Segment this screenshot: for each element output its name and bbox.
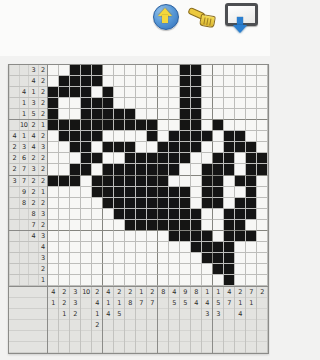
grid-cell-r14c9[interactable] xyxy=(136,209,147,220)
grid-cell-r1c6[interactable] xyxy=(103,65,114,76)
grid-cell-r19c11[interactable] xyxy=(158,264,169,275)
grid-cell-r14c11[interactable] xyxy=(158,209,169,220)
grid-cell-r18c16[interactable] xyxy=(213,253,224,264)
grid-cell-r16c6[interactable] xyxy=(103,231,114,242)
grid-cell-r6c4[interactable] xyxy=(81,120,92,131)
grid-cell-r7c13[interactable] xyxy=(180,131,191,142)
grid-cell-r10c10[interactable] xyxy=(147,164,158,175)
grid-cell-r12c9[interactable] xyxy=(136,187,147,198)
grid-cell-r18c8[interactable] xyxy=(125,253,136,264)
grid-cell-r15c7[interactable] xyxy=(114,220,125,231)
grid-cell-r11c4[interactable] xyxy=(81,176,92,187)
grid-cell-r14c14[interactable] xyxy=(191,209,202,220)
grid-cell-r5c6[interactable] xyxy=(103,109,114,120)
grid-cell-r10c20[interactable] xyxy=(257,164,268,175)
grid-cell-r2c13[interactable] xyxy=(180,76,191,87)
grid-cell-r10c13[interactable] xyxy=(180,164,191,175)
grid-cell-r14c1[interactable] xyxy=(48,209,59,220)
grid-cell-r7c16[interactable] xyxy=(213,131,224,142)
grid-cell-r17c9[interactable] xyxy=(136,242,147,253)
grid-cell-r11c8[interactable] xyxy=(125,176,136,187)
grid-cell-r20c3[interactable] xyxy=(70,275,81,286)
grid-cell-r6c11[interactable] xyxy=(158,120,169,131)
grid-cell-r3c11[interactable] xyxy=(158,87,169,98)
grid-cell-r5c14[interactable] xyxy=(191,109,202,120)
grid-cell-r20c11[interactable] xyxy=(158,275,169,286)
grid-cell-r4c13[interactable] xyxy=(180,98,191,109)
grid-cell-r8c2[interactable] xyxy=(59,142,70,153)
grid-cell-r4c14[interactable] xyxy=(191,98,202,109)
grid-cell-r18c19[interactable] xyxy=(246,253,257,264)
grid-cell-r7c2[interactable] xyxy=(59,131,70,142)
grid-cell-r14c15[interactable] xyxy=(202,209,213,220)
grid-cell-r13c4[interactable] xyxy=(81,198,92,209)
grid-cell-r17c7[interactable] xyxy=(114,242,125,253)
grid-cell-r1c14[interactable] xyxy=(191,65,202,76)
grid-cell-r12c17[interactable] xyxy=(224,187,235,198)
grid-cell-r13c13[interactable] xyxy=(180,198,191,209)
grid-cell-r13c15[interactable] xyxy=(202,198,213,209)
grid-cell-r6c5[interactable] xyxy=(92,120,103,131)
grid-cell-r8c12[interactable] xyxy=(169,142,180,153)
grid-cell-r20c7[interactable] xyxy=(114,275,125,286)
grid-cell-r11c3[interactable] xyxy=(70,176,81,187)
grid-cell-r3c6[interactable] xyxy=(103,87,114,98)
grid-cell-r4c15[interactable] xyxy=(202,98,213,109)
grid-cell-r16c7[interactable] xyxy=(114,231,125,242)
grid-cell-r1c17[interactable] xyxy=(224,65,235,76)
grid-cell-r1c9[interactable] xyxy=(136,65,147,76)
grid-cell-r9c19[interactable] xyxy=(246,153,257,164)
grid-cell-r16c2[interactable] xyxy=(59,231,70,242)
grid-cell-r11c18[interactable] xyxy=(235,176,246,187)
grid-cell-r11c12[interactable] xyxy=(169,176,180,187)
brush-tool-button[interactable] xyxy=(188,7,218,31)
grid-cell-r4c20[interactable] xyxy=(257,98,268,109)
grid-cell-r6c17[interactable] xyxy=(224,120,235,131)
grid-cell-r17c5[interactable] xyxy=(92,242,103,253)
grid-cell-r2c20[interactable] xyxy=(257,76,268,87)
grid-cell-r18c1[interactable] xyxy=(48,253,59,264)
grid-cell-r2c4[interactable] xyxy=(81,76,92,87)
grid-cell-r17c13[interactable] xyxy=(180,242,191,253)
grid-cell-r14c18[interactable] xyxy=(235,209,246,220)
grid-cell-r6c16[interactable] xyxy=(213,120,224,131)
grid-cell-r5c1[interactable] xyxy=(48,109,59,120)
grid-cell-r11c2[interactable] xyxy=(59,176,70,187)
grid-cell-r16c12[interactable] xyxy=(169,231,180,242)
grid-cell-r1c13[interactable] xyxy=(180,65,191,76)
grid-cell-r20c1[interactable] xyxy=(48,275,59,286)
grid-cell-r16c18[interactable] xyxy=(235,231,246,242)
grid-cell-r12c3[interactable] xyxy=(70,187,81,198)
grid-cell-r8c1[interactable] xyxy=(48,142,59,153)
grid-cell-r7c6[interactable] xyxy=(103,131,114,142)
grid-cell-r11c5[interactable] xyxy=(92,176,103,187)
grid-cell-r3c8[interactable] xyxy=(125,87,136,98)
grid-cell-r17c4[interactable] xyxy=(81,242,92,253)
grid-cell-r7c9[interactable] xyxy=(136,131,147,142)
grid-cell-r19c3[interactable] xyxy=(70,264,81,275)
grid-cell-r8c3[interactable] xyxy=(70,142,81,153)
grid-cell-r19c18[interactable] xyxy=(235,264,246,275)
grid-cell-r7c1[interactable] xyxy=(48,131,59,142)
grid-cell-r19c5[interactable] xyxy=(92,264,103,275)
grid-cell-r7c18[interactable] xyxy=(235,131,246,142)
grid-cell-r20c5[interactable] xyxy=(92,275,103,286)
grid-cell-r18c7[interactable] xyxy=(114,253,125,264)
grid-cell-r15c10[interactable] xyxy=(147,220,158,231)
grid-cell-r2c12[interactable] xyxy=(169,76,180,87)
grid-cell-r17c15[interactable] xyxy=(202,242,213,253)
grid-cell-r8c5[interactable] xyxy=(92,142,103,153)
grid-cell-r2c16[interactable] xyxy=(213,76,224,87)
grid-cell-r20c18[interactable] xyxy=(235,275,246,286)
grid-cell-r16c1[interactable] xyxy=(48,231,59,242)
grid-cell-r14c17[interactable] xyxy=(224,209,235,220)
grid-cell-r9c11[interactable] xyxy=(158,153,169,164)
grid-cell-r18c4[interactable] xyxy=(81,253,92,264)
grid-cell-r14c20[interactable] xyxy=(257,209,268,220)
grid-cell-r6c13[interactable] xyxy=(180,120,191,131)
grid-cell-r9c6[interactable] xyxy=(103,153,114,164)
grid-cell-r18c13[interactable] xyxy=(180,253,191,264)
grid-cell-r3c3[interactable] xyxy=(70,87,81,98)
grid-cell-r19c17[interactable] xyxy=(224,264,235,275)
grid-cell-r1c3[interactable] xyxy=(70,65,81,76)
grid-cell-r16c13[interactable] xyxy=(180,231,191,242)
grid-cell-r8c18[interactable] xyxy=(235,142,246,153)
grid-cell-r19c14[interactable] xyxy=(191,264,202,275)
grid-cell-r11c1[interactable] xyxy=(48,176,59,187)
grid-cell-r6c10[interactable] xyxy=(147,120,158,131)
grid-cell-r17c11[interactable] xyxy=(158,242,169,253)
grid-cell-r2c17[interactable] xyxy=(224,76,235,87)
grid-cell-r12c20[interactable] xyxy=(257,187,268,198)
grid-cell-r3c17[interactable] xyxy=(224,87,235,98)
grid-cell-r1c1[interactable] xyxy=(48,65,59,76)
grid-cell-r11c14[interactable] xyxy=(191,176,202,187)
grid-cell-r10c3[interactable] xyxy=(70,164,81,175)
grid-cell-r7c15[interactable] xyxy=(202,131,213,142)
grid-cell-r6c14[interactable] xyxy=(191,120,202,131)
grid-cell-r18c15[interactable] xyxy=(202,253,213,264)
grid-cell-r2c8[interactable] xyxy=(125,76,136,87)
grid-cell-r15c1[interactable] xyxy=(48,220,59,231)
grid-cell-r12c4[interactable] xyxy=(81,187,92,198)
grid-cell-r11c10[interactable] xyxy=(147,176,158,187)
grid-cell-r11c9[interactable] xyxy=(136,176,147,187)
grid-cell-r16c19[interactable] xyxy=(246,231,257,242)
grid-cell-r3c12[interactable] xyxy=(169,87,180,98)
grid-cell-r6c12[interactable] xyxy=(169,120,180,131)
grid-cell-r12c10[interactable] xyxy=(147,187,158,198)
grid-cell-r9c16[interactable] xyxy=(213,153,224,164)
grid-cell-r15c19[interactable] xyxy=(246,220,257,231)
grid-cell-r17c18[interactable] xyxy=(235,242,246,253)
grid-cell-r10c11[interactable] xyxy=(158,164,169,175)
grid-cell-r19c7[interactable] xyxy=(114,264,125,275)
grid-cell-r5c12[interactable] xyxy=(169,109,180,120)
grid-cell-r16c3[interactable] xyxy=(70,231,81,242)
grid-cell-r4c18[interactable] xyxy=(235,98,246,109)
grid-cell-r5c9[interactable] xyxy=(136,109,147,120)
grid-cell-r7c4[interactable] xyxy=(81,131,92,142)
grid-cell-r14c16[interactable] xyxy=(213,209,224,220)
grid-cell-r8c19[interactable] xyxy=(246,142,257,153)
grid-cell-r2c5[interactable] xyxy=(92,76,103,87)
grid-cell-r13c18[interactable] xyxy=(235,198,246,209)
grid-cell-r19c4[interactable] xyxy=(81,264,92,275)
grid-cell-r8c11[interactable] xyxy=(158,142,169,153)
grid-cell-r8c15[interactable] xyxy=(202,142,213,153)
grid-cell-r13c8[interactable] xyxy=(125,198,136,209)
grid-cell-r14c8[interactable] xyxy=(125,209,136,220)
grid-cell-r12c15[interactable] xyxy=(202,187,213,198)
grid-cell-r13c11[interactable] xyxy=(158,198,169,209)
grid-cell-r10c12[interactable] xyxy=(169,164,180,175)
grid-cell-r7c3[interactable] xyxy=(70,131,81,142)
grid-cell-r3c5[interactable] xyxy=(92,87,103,98)
grid-cell-r2c11[interactable] xyxy=(158,76,169,87)
grid-cell-r17c3[interactable] xyxy=(70,242,81,253)
grid-cell-r13c17[interactable] xyxy=(224,198,235,209)
grid-cell-r15c13[interactable] xyxy=(180,220,191,231)
grid-cell-r16c15[interactable] xyxy=(202,231,213,242)
grid-cell-r17c19[interactable] xyxy=(246,242,257,253)
grid-cell-r6c18[interactable] xyxy=(235,120,246,131)
grid-cell-r16c4[interactable] xyxy=(81,231,92,242)
grid-cell-r2c3[interactable] xyxy=(70,76,81,87)
grid-cell-r19c9[interactable] xyxy=(136,264,147,275)
grid-cell-r13c3[interactable] xyxy=(70,198,81,209)
grid-cell-r12c7[interactable] xyxy=(114,187,125,198)
grid-cell-r6c7[interactable] xyxy=(114,120,125,131)
grid-cell-r3c10[interactable] xyxy=(147,87,158,98)
grid-cell-r13c7[interactable] xyxy=(114,198,125,209)
grid-cell-r20c20[interactable] xyxy=(257,275,268,286)
grid-cell-r13c14[interactable] xyxy=(191,198,202,209)
grid-cell-r5c16[interactable] xyxy=(213,109,224,120)
grid-cell-r11c15[interactable] xyxy=(202,176,213,187)
grid-cell-r15c12[interactable] xyxy=(169,220,180,231)
grid-cell-r20c16[interactable] xyxy=(213,275,224,286)
grid-cell-r5c18[interactable] xyxy=(235,109,246,120)
grid-cell-r15c5[interactable] xyxy=(92,220,103,231)
grid-cell-r9c14[interactable] xyxy=(191,153,202,164)
up-arrow-button[interactable] xyxy=(153,4,179,30)
grid-cell-r19c13[interactable] xyxy=(180,264,191,275)
grid-cell-r14c2[interactable] xyxy=(59,209,70,220)
grid-cell-r15c20[interactable] xyxy=(257,220,268,231)
grid-cell-r6c9[interactable] xyxy=(136,120,147,131)
grid-cell-r17c10[interactable] xyxy=(147,242,158,253)
grid-cell-r4c10[interactable] xyxy=(147,98,158,109)
grid-cell-r11c17[interactable] xyxy=(224,176,235,187)
grid-cell-r15c2[interactable] xyxy=(59,220,70,231)
grid-cell-r10c4[interactable] xyxy=(81,164,92,175)
grid-cell-r9c17[interactable] xyxy=(224,153,235,164)
grid-cell-r1c16[interactable] xyxy=(213,65,224,76)
grid-cell-r14c5[interactable] xyxy=(92,209,103,220)
grid-cell-r1c15[interactable] xyxy=(202,65,213,76)
grid-cell-r8c20[interactable] xyxy=(257,142,268,153)
grid-cell-r9c4[interactable] xyxy=(81,153,92,164)
grid-cell-r11c19[interactable] xyxy=(246,176,257,187)
grid-cell-r20c6[interactable] xyxy=(103,275,114,286)
grid-cell-r9c10[interactable] xyxy=(147,153,158,164)
grid-cell-r14c13[interactable] xyxy=(180,209,191,220)
grid-cell-r2c14[interactable] xyxy=(191,76,202,87)
grid-cell-r10c7[interactable] xyxy=(114,164,125,175)
grid-cell-r7c11[interactable] xyxy=(158,131,169,142)
grid-cell-r15c6[interactable] xyxy=(103,220,114,231)
grid-cell-r10c5[interactable] xyxy=(92,164,103,175)
grid-cell-r4c1[interactable] xyxy=(48,98,59,109)
grid-cell-r17c14[interactable] xyxy=(191,242,202,253)
grid-cell-r10c2[interactable] xyxy=(59,164,70,175)
grid-cell-r1c8[interactable] xyxy=(125,65,136,76)
grid-cell-r17c2[interactable] xyxy=(59,242,70,253)
grid-cell-r16c5[interactable] xyxy=(92,231,103,242)
grid-cell-r6c19[interactable] xyxy=(246,120,257,131)
grid-cell-r19c12[interactable] xyxy=(169,264,180,275)
grid-cell-r11c6[interactable] xyxy=(103,176,114,187)
grid-cell-r7c17[interactable] xyxy=(224,131,235,142)
grid-cell-r1c4[interactable] xyxy=(81,65,92,76)
grid-cell-r2c2[interactable] xyxy=(59,76,70,87)
grid-cell-r1c7[interactable] xyxy=(114,65,125,76)
grid-cell-r8c16[interactable] xyxy=(213,142,224,153)
grid-cell-r19c2[interactable] xyxy=(59,264,70,275)
grid-cell-r8c6[interactable] xyxy=(103,142,114,153)
grid-cell-r19c6[interactable] xyxy=(103,264,114,275)
grid-cell-r4c9[interactable] xyxy=(136,98,147,109)
grid-cell-r12c18[interactable] xyxy=(235,187,246,198)
grid-cell-r5c2[interactable] xyxy=(59,109,70,120)
grid-cell-r14c7[interactable] xyxy=(114,209,125,220)
grid-cell-r10c16[interactable] xyxy=(213,164,224,175)
grid-cell-r13c2[interactable] xyxy=(59,198,70,209)
grid-cell-r18c9[interactable] xyxy=(136,253,147,264)
grid-cell-r4c8[interactable] xyxy=(125,98,136,109)
grid-cell-r17c8[interactable] xyxy=(125,242,136,253)
grid-cell-r1c10[interactable] xyxy=(147,65,158,76)
grid-cell-r8c7[interactable] xyxy=(114,142,125,153)
grid-cell-r5c13[interactable] xyxy=(180,109,191,120)
grid-cell-r11c11[interactable] xyxy=(158,176,169,187)
grid-cell-r5c10[interactable] xyxy=(147,109,158,120)
grid-cell-r12c5[interactable] xyxy=(92,187,103,198)
grid-cell-r7c8[interactable] xyxy=(125,131,136,142)
grid-cell-r3c18[interactable] xyxy=(235,87,246,98)
grid-cell-r13c6[interactable] xyxy=(103,198,114,209)
grid-cell-r12c13[interactable] xyxy=(180,187,191,198)
grid-cell-r1c2[interactable] xyxy=(59,65,70,76)
grid-cell-r4c19[interactable] xyxy=(246,98,257,109)
grid-cell-r7c19[interactable] xyxy=(246,131,257,142)
grid-cell-r2c1[interactable] xyxy=(48,76,59,87)
grid-cell-r13c10[interactable] xyxy=(147,198,158,209)
grid-cell-r19c8[interactable] xyxy=(125,264,136,275)
grid-cell-r3c4[interactable] xyxy=(81,87,92,98)
grid-cell-r18c17[interactable] xyxy=(224,253,235,264)
grid-cell-r15c3[interactable] xyxy=(70,220,81,231)
grid-cell-r16c8[interactable] xyxy=(125,231,136,242)
grid-cell-r9c1[interactable] xyxy=(48,153,59,164)
grid-cell-r2c7[interactable] xyxy=(114,76,125,87)
grid-cell-r3c1[interactable] xyxy=(48,87,59,98)
grid-cell-r12c16[interactable] xyxy=(213,187,224,198)
grid-cell-r8c8[interactable] xyxy=(125,142,136,153)
grid-cell-r7c14[interactable] xyxy=(191,131,202,142)
grid-cell-r10c19[interactable] xyxy=(246,164,257,175)
grid-cell-r13c5[interactable] xyxy=(92,198,103,209)
grid-cell-r6c3[interactable] xyxy=(70,120,81,131)
grid-cell-r20c12[interactable] xyxy=(169,275,180,286)
grid-cell-r4c3[interactable] xyxy=(70,98,81,109)
grid-cell-r13c20[interactable] xyxy=(257,198,268,209)
grid-cell-r19c10[interactable] xyxy=(147,264,158,275)
grid-cell-r3c20[interactable] xyxy=(257,87,268,98)
grid-cell-r15c15[interactable] xyxy=(202,220,213,231)
grid-cell-r9c3[interactable] xyxy=(70,153,81,164)
grid-cell-r9c18[interactable] xyxy=(235,153,246,164)
grid-cell-r8c17[interactable] xyxy=(224,142,235,153)
grid-cell-r16c16[interactable] xyxy=(213,231,224,242)
grid-cell-r10c8[interactable] xyxy=(125,164,136,175)
grid-cell-r3c7[interactable] xyxy=(114,87,125,98)
grid-cell-r5c4[interactable] xyxy=(81,109,92,120)
grid-cell-r9c9[interactable] xyxy=(136,153,147,164)
grid-cell-r15c14[interactable] xyxy=(191,220,202,231)
grid-cell-r5c15[interactable] xyxy=(202,109,213,120)
grid-cell-r1c20[interactable] xyxy=(257,65,268,76)
grid-cell-r10c15[interactable] xyxy=(202,164,213,175)
grid-cell-r4c5[interactable] xyxy=(92,98,103,109)
grid-cell-r16c9[interactable] xyxy=(136,231,147,242)
grid-cell-r20c14[interactable] xyxy=(191,275,202,286)
grid-cell-r10c1[interactable] xyxy=(48,164,59,175)
grid-cell-r7c20[interactable] xyxy=(257,131,268,142)
grid-cell-r12c19[interactable] xyxy=(246,187,257,198)
grid-cell-r7c10[interactable] xyxy=(147,131,158,142)
grid-cell-r15c8[interactable] xyxy=(125,220,136,231)
grid-cell-r12c11[interactable] xyxy=(158,187,169,198)
grid-cell-r13c9[interactable] xyxy=(136,198,147,209)
grid-cell-r16c20[interactable] xyxy=(257,231,268,242)
grid-cell-r15c18[interactable] xyxy=(235,220,246,231)
grid-cell-r15c17[interactable] xyxy=(224,220,235,231)
grid-cell-r4c4[interactable] xyxy=(81,98,92,109)
grid-cell-r8c10[interactable] xyxy=(147,142,158,153)
grid-cell-r3c16[interactable] xyxy=(213,87,224,98)
grid-cell-r18c2[interactable] xyxy=(59,253,70,264)
grid-cell-r16c11[interactable] xyxy=(158,231,169,242)
grid-cell-r3c15[interactable] xyxy=(202,87,213,98)
grid-cell-r2c19[interactable] xyxy=(246,76,257,87)
grid-cell-r10c18[interactable] xyxy=(235,164,246,175)
grid-cell-r19c15[interactable] xyxy=(202,264,213,275)
grid-cell-r10c9[interactable] xyxy=(136,164,147,175)
grid-cell-r18c11[interactable] xyxy=(158,253,169,264)
grid-cell-r3c9[interactable] xyxy=(136,87,147,98)
grid-cell-r1c5[interactable] xyxy=(92,65,103,76)
grid-cell-r5c17[interactable] xyxy=(224,109,235,120)
grid-cell-r17c20[interactable] xyxy=(257,242,268,253)
grid-cell-r14c12[interactable] xyxy=(169,209,180,220)
grid-cell-r5c19[interactable] xyxy=(246,109,257,120)
